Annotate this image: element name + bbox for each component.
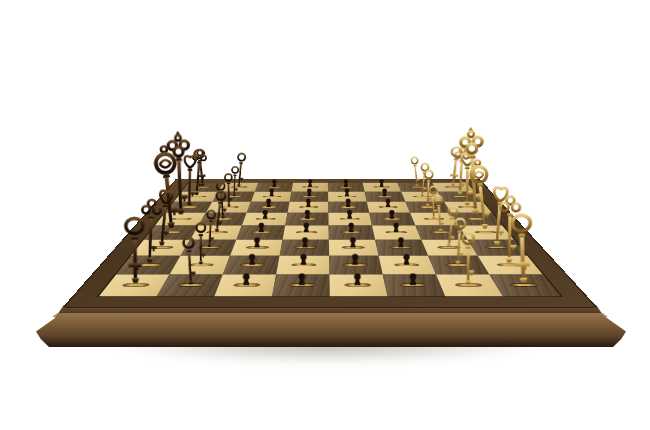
keyhole-icon — [379, 179, 385, 187]
keyhole-icon — [305, 198, 312, 207]
keyhole-icon — [301, 237, 309, 248]
keyhole-icon — [248, 254, 257, 266]
square-b3[interactable] — [379, 256, 436, 275]
keyhole-icon — [382, 188, 388, 197]
keyhole-icon — [307, 179, 313, 187]
keyhole-icon — [303, 222, 310, 232]
keyhole-icon — [265, 198, 272, 207]
chess-board — [62, 179, 598, 308]
piece-black-rook-a8[interactable] — [120, 215, 149, 286]
keyhole-icon — [253, 237, 261, 248]
piece-black-pawn-a7[interactable] — [178, 235, 201, 286]
keyhole-icon — [268, 188, 274, 197]
piece-white-rook-a1[interactable] — [506, 211, 538, 286]
skeleton-key-icon — [506, 211, 538, 286]
chess-set-photo — [0, 0, 650, 430]
keyhole-icon — [353, 273, 362, 286]
keyhole-icon — [297, 273, 306, 286]
keyhole-icon — [349, 237, 357, 248]
square-a2[interactable] — [436, 275, 503, 297]
keyhole-icon — [385, 198, 392, 207]
square-a7[interactable] — [157, 275, 223, 297]
keyhole-icon — [304, 210, 311, 220]
keyhole-icon — [392, 222, 399, 232]
keyhole-icon — [299, 254, 308, 266]
piece-white-pawn-a2[interactable] — [457, 230, 479, 285]
keyhole-icon — [271, 179, 277, 187]
keyhole-icon — [402, 254, 411, 266]
skeleton-key-icon — [457, 230, 479, 285]
skeleton-key-icon — [120, 215, 149, 286]
square-a3[interactable] — [383, 275, 445, 297]
square-a5[interactable] — [272, 275, 330, 297]
keyhole-icon — [242, 273, 251, 286]
keyhole-icon — [346, 210, 353, 220]
keyhole-icon — [344, 188, 350, 197]
keyhole-icon — [347, 222, 354, 232]
square-b4[interactable] — [329, 256, 383, 275]
square-b6[interactable] — [223, 256, 280, 275]
keyhole-icon — [351, 254, 360, 266]
square-a6[interactable] — [214, 275, 276, 297]
keyhole-icon — [258, 222, 265, 232]
keyhole-icon — [306, 188, 312, 197]
square-a4[interactable] — [329, 275, 387, 297]
keyhole-icon — [343, 179, 349, 187]
keyhole-icon — [408, 273, 417, 286]
keyhole-icon — [397, 237, 405, 248]
skeleton-key-icon — [178, 235, 201, 286]
keyhole-icon — [388, 210, 395, 220]
playing-area — [99, 183, 561, 297]
keyhole-icon — [262, 210, 269, 220]
square-a1[interactable] — [489, 275, 560, 297]
perspective-wrapper — [0, 0, 650, 430]
square-b5[interactable] — [276, 256, 329, 275]
keyhole-icon — [345, 198, 352, 207]
